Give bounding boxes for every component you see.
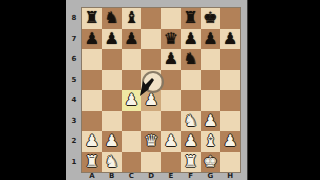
piece-black-knight-f6[interactable]: ♞: [183, 51, 197, 67]
square-a2[interactable]: ♟: [82, 131, 102, 152]
piece-black-pawn-f7[interactable]: ♟: [183, 31, 197, 47]
square-g7[interactable]: ♟: [201, 29, 221, 50]
square-c1[interactable]: [122, 152, 142, 173]
piece-white-pawn-a2[interactable]: ♟: [85, 133, 99, 149]
square-f4[interactable]: [181, 90, 201, 111]
square-c4[interactable]: ♟: [122, 90, 142, 111]
file-label-g: G: [201, 171, 221, 180]
piece-black-pawn-e6[interactable]: ♟: [164, 51, 178, 67]
square-f8[interactable]: ♜: [181, 8, 201, 29]
square-h7[interactable]: ♟: [220, 29, 240, 50]
square-g1[interactable]: ♚: [201, 152, 221, 173]
square-b1[interactable]: ♞: [102, 152, 122, 173]
piece-white-pawn-g3[interactable]: ♟: [203, 113, 217, 129]
square-f1[interactable]: ♜: [181, 152, 201, 173]
square-d6[interactable]: [141, 49, 161, 70]
piece-black-king-g8[interactable]: ♚: [203, 10, 217, 26]
rank-label-6: 6: [66, 49, 82, 70]
square-e3[interactable]: [161, 111, 181, 132]
square-b6[interactable]: [102, 49, 122, 70]
square-a7[interactable]: ♟: [82, 29, 102, 50]
square-h6[interactable]: [220, 49, 240, 70]
square-b7[interactable]: ♟: [102, 29, 122, 50]
square-e6[interactable]: ♟: [161, 49, 181, 70]
rank-label-8: 8: [66, 8, 82, 29]
square-f2[interactable]: ♟: [181, 131, 201, 152]
file-labels: ABCDEFGH: [82, 171, 240, 180]
square-e5[interactable]: [161, 70, 181, 91]
chess-board[interactable]: ♜♞♝♜♚♟♟♟♛♟♟♟♟♞♟♟♞♟♟♟♛♟♟♝♟♜♞♜♚: [82, 8, 240, 172]
square-a6[interactable]: [82, 49, 102, 70]
file-label-d: D: [141, 171, 161, 180]
piece-white-pawn-h2[interactable]: ♟: [223, 133, 237, 149]
square-e1[interactable]: [161, 152, 181, 173]
square-f5[interactable]: [181, 70, 201, 91]
rank-label-3: 3: [66, 111, 82, 132]
piece-black-pawn-b7[interactable]: ♟: [104, 31, 118, 47]
square-b3[interactable]: [102, 111, 122, 132]
piece-white-rook-a1[interactable]: ♜: [85, 154, 99, 170]
square-d1[interactable]: [141, 152, 161, 173]
rank-label-4: 4: [66, 90, 82, 111]
square-f7[interactable]: ♟: [181, 29, 201, 50]
square-a5[interactable]: [82, 70, 102, 91]
square-h1[interactable]: [220, 152, 240, 173]
square-d8[interactable]: [141, 8, 161, 29]
piece-white-queen-d2[interactable]: ♛: [144, 133, 158, 149]
piece-black-pawn-h7[interactable]: ♟: [223, 31, 237, 47]
piece-white-pawn-e2[interactable]: ♟: [164, 133, 178, 149]
file-label-h: H: [220, 171, 240, 180]
piece-white-pawn-b2[interactable]: ♟: [104, 133, 118, 149]
piece-black-pawn-g7[interactable]: ♟: [203, 31, 217, 47]
square-b5[interactable]: [102, 70, 122, 91]
square-c5[interactable]: [122, 70, 142, 91]
square-c3[interactable]: [122, 111, 142, 132]
square-h5[interactable]: [220, 70, 240, 91]
square-a3[interactable]: [82, 111, 102, 132]
square-g4[interactable]: [201, 90, 221, 111]
square-c6[interactable]: [122, 49, 142, 70]
piece-white-pawn-d4[interactable]: ♟: [144, 92, 158, 108]
file-label-b: B: [102, 171, 122, 180]
piece-black-rook-a8[interactable]: ♜: [85, 10, 99, 26]
rank-label-1: 1: [66, 152, 82, 173]
piece-white-knight-f3[interactable]: ♞: [183, 113, 197, 129]
square-a1[interactable]: ♜: [82, 152, 102, 173]
piece-black-rook-f8[interactable]: ♜: [183, 10, 197, 26]
piece-white-rook-f1[interactable]: ♜: [183, 154, 197, 170]
rank-labels: 87654321: [66, 8, 82, 172]
square-f3[interactable]: ♞: [181, 111, 201, 132]
piece-white-bishop-g2[interactable]: ♝: [203, 133, 217, 149]
square-d5[interactable]: [141, 70, 161, 91]
square-e2[interactable]: ♟: [161, 131, 181, 152]
square-g5[interactable]: [201, 70, 221, 91]
square-b8[interactable]: ♞: [102, 8, 122, 29]
letterbox-background: 87654321 ABCDEFGH ♜♞♝♜♚♟♟♟♛♟♟♟♟♞♟♟♞♟♟♟♛♟…: [0, 0, 320, 180]
piece-black-bishop-c8[interactable]: ♝: [124, 10, 138, 26]
square-g3[interactable]: ♟: [201, 111, 221, 132]
square-e8[interactable]: [161, 8, 181, 29]
square-d2[interactable]: ♛: [141, 131, 161, 152]
square-e4[interactable]: [161, 90, 181, 111]
piece-white-king-g1[interactable]: ♚: [203, 154, 217, 170]
piece-white-pawn-f2[interactable]: ♟: [183, 133, 197, 149]
piece-white-pawn-c4[interactable]: ♟: [124, 92, 138, 108]
square-b4[interactable]: [102, 90, 122, 111]
piece-black-knight-b8[interactable]: ♞: [104, 10, 118, 26]
square-d3[interactable]: [141, 111, 161, 132]
piece-white-knight-b1[interactable]: ♞: [104, 154, 118, 170]
board-frame: 87654321 ABCDEFGH ♜♞♝♜♚♟♟♟♛♟♟♟♟♞♟♟♞♟♟♟♛♟…: [66, 0, 248, 180]
piece-black-queen-e7[interactable]: ♛: [164, 31, 178, 47]
square-a4[interactable]: [82, 90, 102, 111]
square-d7[interactable]: [141, 29, 161, 50]
square-h4[interactable]: [220, 90, 240, 111]
rank-label-5: 5: [66, 70, 82, 91]
rank-label-7: 7: [66, 29, 82, 50]
square-a8[interactable]: ♜: [82, 8, 102, 29]
file-label-f: F: [181, 171, 201, 180]
square-c7[interactable]: ♟: [122, 29, 142, 50]
square-g2[interactable]: ♝: [201, 131, 221, 152]
piece-black-pawn-c7[interactable]: ♟: [124, 31, 138, 47]
square-h3[interactable]: [220, 111, 240, 132]
file-label-e: E: [161, 171, 181, 180]
square-h2[interactable]: ♟: [220, 131, 240, 152]
square-g6[interactable]: [201, 49, 221, 70]
square-f6[interactable]: ♞: [181, 49, 201, 70]
piece-black-pawn-a7[interactable]: ♟: [85, 31, 99, 47]
square-g8[interactable]: ♚: [201, 8, 221, 29]
square-h8[interactable]: [220, 8, 240, 29]
rank-label-2: 2: [66, 131, 82, 152]
square-d4[interactable]: ♟: [141, 90, 161, 111]
square-c8[interactable]: ♝: [122, 8, 142, 29]
square-e7[interactable]: ♛: [161, 29, 181, 50]
file-label-a: A: [82, 171, 102, 180]
square-c2[interactable]: [122, 131, 142, 152]
square-b2[interactable]: ♟: [102, 131, 122, 152]
file-label-c: C: [122, 171, 142, 180]
